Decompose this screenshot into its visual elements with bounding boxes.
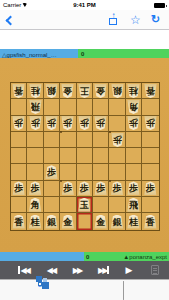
gote-piece-金[interactable]: 金 [94,84,107,98]
board-cell[interactable]: 桂 [27,213,43,229]
skip-to-start-button[interactable]: ◀◀ [14,265,32,275]
board-cell[interactable]: 飛 [126,197,142,213]
sente-eval-bar: 0 ▲ponanza_expt [0,252,169,261]
shogi-board[interactable]: 香桂銀金王金銀桂香飛角歩歩歩歩歩歩歩歩歩歩歩歩歩歩歩歩歩歩角玉飛香桂銀金金銀桂香 [10,82,160,231]
share-arrow-icon: ↑ [108,11,119,20]
shogi-board-area: 香桂銀金王金銀桂香飛角歩歩歩歩歩歩歩歩歩歩歩歩歩歩歩歩歩歩角玉飛香桂銀金金銀桂香 [0,58,169,252]
board-cell[interactable]: 金 [93,213,109,229]
gote-score: 0 [81,51,84,57]
board-cell[interactable] [77,164,93,180]
back-button[interactable] [6,16,16,26]
board-cell[interactable] [44,99,60,115]
board-cell[interactable]: 歩 [126,116,142,132]
fast-forward-button[interactable]: ▶▶ [69,265,85,275]
board-cell[interactable]: 金 [60,83,76,99]
playback-bar: ◀◀ ◀◀ ▶▶ ▶▶ ▶ [0,261,169,279]
board-cell[interactable] [93,164,109,180]
board-cell[interactable]: 歩 [77,181,93,197]
board-cell[interactable]: 王 [77,83,93,99]
sente-piece-歩[interactable]: 歩 [111,181,124,195]
board-cell[interactable]: 歩 [77,116,93,132]
board-cell[interactable] [109,197,125,213]
board-cell[interactable]: 桂 [27,83,43,99]
gote-piece-歩[interactable]: 歩 [144,116,157,130]
board-cell[interactable] [60,164,76,180]
nav-bar: ↑ ☆ ↻ [0,10,169,30]
board-cell[interactable] [126,148,142,164]
gote-piece-香[interactable]: 香 [144,84,157,98]
skip-start-icon: ◀◀ [21,266,29,275]
gote-piece-歩[interactable]: 歩 [111,133,124,147]
board-cell[interactable]: 香 [142,83,158,99]
board-cell[interactable]: 飛 [27,99,43,115]
gote-piece-歩[interactable]: 歩 [94,116,107,130]
gote-piece-歩[interactable]: 歩 [78,116,91,130]
board-cell[interactable] [93,132,109,148]
board-cell[interactable]: 歩 [93,116,109,132]
board-cell[interactable] [60,99,76,115]
sente-piece-飛[interactable]: 飛 [127,198,140,212]
gote-piece-飛[interactable]: 飛 [29,100,42,114]
gote-eval-bar: △gpsfish_normal_… 0 [0,49,169,58]
board-cell[interactable] [11,148,27,164]
board-cell[interactable]: 歩 [60,181,76,197]
skip-end-icon: ▶▶ [98,266,106,275]
sente-piece-銀[interactable]: 銀 [45,215,58,229]
board-cell[interactable]: 歩 [60,116,76,132]
bar-icon [107,266,109,274]
app-screen: Carrier 9:41 PM ↑ ☆ ↻ △gpsfish_normal_… … [0,0,169,300]
sente-engine-name: ▲ponanza_expt [123,254,167,260]
board-cell[interactable]: 銀 [44,213,60,229]
gote-piece-角[interactable]: 角 [127,100,140,114]
sente-piece-歩[interactable]: 歩 [61,181,74,195]
sente-piece-歩[interactable]: 歩 [144,181,157,195]
rewind-icon: ◀◀ [47,266,55,275]
share-button[interactable]: ↑ [108,14,119,26]
board-cell[interactable]: 歩 [11,116,27,132]
sente-piece-歩[interactable]: 歩 [45,165,58,179]
gote-piece-王[interactable]: 王 [78,84,91,98]
sente-piece-桂[interactable]: 桂 [29,215,42,229]
sente-piece-香[interactable]: 香 [12,215,25,229]
sente-score: 0 [86,254,89,260]
skip-to-end-button[interactable]: ▶▶ [95,265,113,275]
sente-piece-歩[interactable]: 歩 [78,181,91,195]
board-cell[interactable]: 香 [142,213,158,229]
board-cell[interactable] [27,132,43,148]
gote-piece-歩[interactable]: 歩 [12,116,25,130]
board-cell[interactable] [77,148,93,164]
board-cell[interactable]: 歩 [27,181,43,197]
board-cell[interactable] [77,213,93,229]
board-cell[interactable]: 歩 [44,164,60,180]
analysis-button-disabled [151,265,159,275]
board-cell[interactable]: 歩 [44,116,60,132]
gote-piece-歩[interactable]: 歩 [29,116,42,130]
board-cell[interactable] [126,132,142,148]
gote-piece-桂[interactable]: 桂 [127,84,140,98]
board-cell[interactable]: 歩 [142,181,158,197]
refresh-button[interactable]: ↻ [151,13,160,26]
board-cell[interactable] [109,148,125,164]
board-cell[interactable] [11,164,27,180]
board-cell[interactable]: 桂 [126,213,142,229]
fast-forward-icon: ▶▶ [73,266,81,275]
sente-piece-桂[interactable]: 桂 [127,215,140,229]
board-cell[interactable]: 銀 [109,213,125,229]
tab-bar: 盤面 棋譜 [0,279,169,300]
sente-piece-歩[interactable]: 歩 [94,181,107,195]
rewind-button[interactable]: ◀◀ [43,265,59,275]
board-cell[interactable] [93,148,109,164]
board-cell[interactable] [77,132,93,148]
board-cell[interactable]: 香 [11,83,27,99]
sente-piece-玉[interactable]: 玉 [78,198,91,212]
board-cell[interactable]: 玉 [77,197,93,213]
board-cell[interactable] [60,148,76,164]
board-cell[interactable]: 歩 [142,116,158,132]
board-cell[interactable] [142,164,158,180]
board-cell[interactable] [142,132,158,148]
sente-piece-金[interactable]: 金 [61,215,74,229]
board-cell[interactable]: 香 [11,213,27,229]
board-cell[interactable] [44,148,60,164]
board-cell[interactable] [142,99,158,115]
board-cell[interactable] [27,164,43,180]
board-cell[interactable]: 歩 [109,132,125,148]
board-cell[interactable]: 歩 [126,181,142,197]
board-cell[interactable] [60,197,76,213]
board-cell[interactable] [109,99,125,115]
board-cell[interactable] [93,197,109,213]
board-cell[interactable]: 角 [126,99,142,115]
gote-piece-銀[interactable]: 銀 [111,84,124,98]
board-cell[interactable] [142,148,158,164]
board-cell[interactable]: 銀 [109,83,125,99]
record-icon [103,281,143,300]
board-cell[interactable]: 角 [27,197,43,213]
sente-piece-歩[interactable]: 歩 [127,181,140,195]
board-cell[interactable] [109,116,125,132]
gote-engine-name: △gpsfish_normal_… [2,51,57,58]
sente-time-bar [0,252,84,261]
sente-piece-歩[interactable]: 歩 [29,181,42,195]
bar-icon [18,266,20,274]
tab-board[interactable]: 盤面 [22,282,62,288]
sente-piece-香[interactable]: 香 [144,215,157,229]
sente-piece-銀[interactable]: 銀 [111,215,124,229]
board-cell[interactable] [11,197,27,213]
sente-piece-角[interactable]: 角 [29,198,42,212]
status-bar: Carrier 9:41 PM [0,0,169,10]
board-cell[interactable] [44,181,60,197]
play-icon: ▶ [126,265,133,275]
board-cell[interactable]: 歩 [11,181,27,197]
sente-piece-金[interactable]: 金 [94,215,107,229]
board-cell[interactable] [77,99,93,115]
board-cell[interactable]: 金 [60,213,76,229]
board-cell[interactable] [11,132,27,148]
gote-piece-歩[interactable]: 歩 [127,116,140,130]
board-cell[interactable] [109,164,125,180]
gote-piece-銀[interactable]: 銀 [45,84,58,98]
board-cell[interactable] [93,99,109,115]
board-cell[interactable]: 銀 [44,83,60,99]
gote-piece-桂[interactable]: 桂 [29,84,42,98]
board-cell[interactable] [60,132,76,148]
board-cell[interactable]: 歩 [27,116,43,132]
sente-piece-歩[interactable]: 歩 [12,181,25,195]
tab-record[interactable]: 棋譜 [103,282,143,300]
board-cell[interactable] [11,99,27,115]
gote-piece-金[interactable]: 金 [61,84,74,98]
gote-piece-歩[interactable]: 歩 [61,116,74,130]
board-cell[interactable]: 歩 [109,181,125,197]
board-cell[interactable] [44,197,60,213]
play-button[interactable]: ▶ [123,265,135,275]
board-cell[interactable]: 桂 [126,83,142,99]
favorite-button[interactable]: ☆ [130,13,141,27]
clock-label: 9:41 PM [0,2,169,8]
board-cell[interactable] [142,197,158,213]
board-cell[interactable] [126,164,142,180]
board-cell[interactable] [44,132,60,148]
battery-icon [154,3,165,8]
board-cell[interactable]: 歩 [93,181,109,197]
gote-piece-香[interactable]: 香 [12,84,25,98]
gote-piece-歩[interactable]: 歩 [45,116,58,130]
board-cell[interactable]: 金 [93,83,109,99]
board-cell[interactable] [27,148,43,164]
